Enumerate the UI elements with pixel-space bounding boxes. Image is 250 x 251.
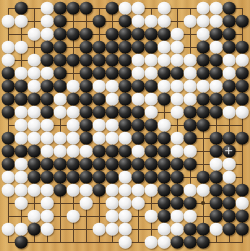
black-stone[interactable] (93, 145, 106, 158)
black-stone[interactable] (119, 158, 132, 171)
black-stone[interactable] (41, 93, 54, 106)
black-stone[interactable] (171, 197, 184, 210)
white-stone[interactable] (132, 2, 145, 15)
white-stone[interactable] (106, 80, 119, 93)
black-stone[interactable] (197, 106, 210, 119)
go-board (0, 0, 250, 251)
black-stone[interactable] (223, 132, 236, 145)
black-stone[interactable] (223, 210, 236, 223)
white-stone[interactable] (158, 15, 171, 28)
white-stone[interactable] (184, 93, 197, 106)
black-stone[interactable] (106, 145, 119, 158)
black-stone[interactable] (41, 158, 54, 171)
white-stone[interactable] (158, 41, 171, 54)
white-stone[interactable] (197, 15, 210, 28)
black-stone[interactable] (184, 197, 197, 210)
black-stone[interactable] (2, 67, 15, 80)
white-stone[interactable] (106, 210, 119, 223)
white-stone[interactable] (145, 54, 158, 67)
white-stone[interactable] (132, 184, 145, 197)
black-stone[interactable] (210, 132, 223, 145)
black-stone[interactable] (223, 2, 236, 15)
white-stone[interactable] (184, 54, 197, 67)
white-stone[interactable] (171, 93, 184, 106)
black-stone[interactable] (197, 93, 210, 106)
black-stone[interactable] (197, 223, 210, 236)
white-stone[interactable] (67, 106, 80, 119)
black-stone[interactable] (67, 2, 80, 15)
white-stone[interactable] (145, 93, 158, 106)
black-stone[interactable] (171, 236, 184, 249)
white-stone[interactable] (15, 223, 28, 236)
black-stone[interactable] (145, 80, 158, 93)
black-stone[interactable] (41, 106, 54, 119)
black-stone[interactable] (158, 132, 171, 145)
white-stone[interactable] (223, 158, 236, 171)
white-stone[interactable] (15, 15, 28, 28)
black-stone[interactable] (158, 145, 171, 158)
black-stone[interactable] (15, 145, 28, 158)
white-stone[interactable] (41, 28, 54, 41)
black-stone[interactable] (145, 132, 158, 145)
white-stone[interactable] (171, 145, 184, 158)
white-stone[interactable] (80, 145, 93, 158)
black-stone[interactable] (93, 158, 106, 171)
black-stone[interactable] (41, 171, 54, 184)
black-stone[interactable] (236, 80, 249, 93)
white-stone[interactable] (236, 54, 249, 67)
black-stone[interactable] (119, 41, 132, 54)
black-stone[interactable] (171, 158, 184, 171)
white-stone[interactable] (106, 93, 119, 106)
white-stone[interactable] (158, 54, 171, 67)
black-stone[interactable] (80, 132, 93, 145)
white-stone[interactable] (145, 210, 158, 223)
white-stone[interactable] (184, 15, 197, 28)
white-stone[interactable] (158, 236, 171, 249)
white-stone[interactable] (41, 145, 54, 158)
white-stone[interactable] (28, 210, 41, 223)
black-stone[interactable] (15, 93, 28, 106)
black-stone[interactable] (119, 80, 132, 93)
black-stone[interactable] (236, 93, 249, 106)
white-stone[interactable] (171, 223, 184, 236)
black-stone[interactable] (15, 236, 28, 249)
white-stone[interactable] (28, 132, 41, 145)
black-stone[interactable] (80, 67, 93, 80)
black-stone[interactable] (223, 184, 236, 197)
black-stone[interactable] (210, 67, 223, 80)
white-stone[interactable] (210, 158, 223, 171)
black-stone[interactable] (210, 106, 223, 119)
white-stone[interactable] (197, 28, 210, 41)
black-stone[interactable] (184, 158, 197, 171)
black-stone[interactable] (158, 158, 171, 171)
white-stone[interactable] (171, 28, 184, 41)
white-stone[interactable] (145, 184, 158, 197)
black-stone[interactable] (2, 132, 15, 145)
black-stone[interactable] (236, 184, 249, 197)
white-stone[interactable] (119, 236, 132, 249)
black-stone[interactable] (67, 28, 80, 41)
black-stone[interactable] (197, 54, 210, 67)
white-stone[interactable] (2, 41, 15, 54)
black-stone[interactable] (223, 15, 236, 28)
black-stone[interactable] (158, 93, 171, 106)
black-stone[interactable] (54, 2, 67, 15)
white-stone[interactable] (2, 15, 15, 28)
white-stone[interactable] (132, 197, 145, 210)
black-stone[interactable] (54, 54, 67, 67)
black-stone[interactable] (132, 132, 145, 145)
black-stone[interactable] (80, 28, 93, 41)
black-stone[interactable] (80, 106, 93, 119)
black-stone[interactable] (93, 171, 106, 184)
white-stone[interactable] (28, 80, 41, 93)
black-stone[interactable] (93, 67, 106, 80)
black-stone[interactable] (197, 67, 210, 80)
black-stone[interactable] (119, 28, 132, 41)
black-stone[interactable] (158, 67, 171, 80)
black-stone[interactable] (119, 119, 132, 132)
black-stone[interactable] (132, 28, 145, 41)
black-stone[interactable] (158, 28, 171, 41)
black-stone[interactable] (132, 106, 145, 119)
white-stone[interactable] (223, 67, 236, 80)
white-stone[interactable] (67, 210, 80, 223)
black-stone[interactable] (41, 80, 54, 93)
white-stone[interactable] (15, 197, 28, 210)
white-stone[interactable] (171, 132, 184, 145)
black-stone[interactable] (158, 197, 171, 210)
white-stone[interactable] (41, 223, 54, 236)
white-stone[interactable] (15, 171, 28, 184)
white-stone[interactable] (80, 184, 93, 197)
black-stone[interactable] (119, 67, 132, 80)
white-stone[interactable] (2, 54, 15, 67)
black-stone[interactable] (67, 54, 80, 67)
black-stone[interactable] (158, 171, 171, 184)
black-stone[interactable] (184, 132, 197, 145)
black-stone[interactable] (54, 158, 67, 171)
black-stone[interactable] (145, 145, 158, 158)
black-stone[interactable] (106, 106, 119, 119)
black-stone[interactable] (132, 80, 145, 93)
white-stone[interactable] (28, 119, 41, 132)
black-stone[interactable] (93, 106, 106, 119)
black-stone[interactable] (93, 54, 106, 67)
white-stone[interactable] (158, 2, 171, 15)
white-stone[interactable] (28, 28, 41, 41)
white-stone[interactable] (67, 145, 80, 158)
black-stone[interactable] (236, 41, 249, 54)
white-stone[interactable] (158, 80, 171, 93)
black-stone[interactable] (2, 93, 15, 106)
white-stone[interactable] (145, 106, 158, 119)
white-stone[interactable] (54, 93, 67, 106)
black-stone[interactable] (171, 67, 184, 80)
white-stone[interactable] (223, 54, 236, 67)
black-stone[interactable] (236, 223, 249, 236)
black-stone[interactable] (119, 106, 132, 119)
black-stone[interactable] (145, 171, 158, 184)
white-stone[interactable] (132, 93, 145, 106)
white-stone[interactable] (15, 106, 28, 119)
black-stone[interactable] (119, 54, 132, 67)
last-move-marker-icon (225, 147, 232, 154)
black-stone[interactable] (28, 223, 41, 236)
black-stone[interactable] (54, 80, 67, 93)
white-stone[interactable] (171, 54, 184, 67)
white-stone[interactable] (106, 223, 119, 236)
black-stone[interactable] (28, 93, 41, 106)
white-stone[interactable] (28, 184, 41, 197)
black-stone[interactable] (54, 41, 67, 54)
black-stone[interactable] (197, 41, 210, 54)
white-stone[interactable] (210, 80, 223, 93)
white-stone[interactable] (171, 106, 184, 119)
white-stone[interactable] (132, 54, 145, 67)
black-stone[interactable] (41, 54, 54, 67)
white-stone[interactable] (119, 132, 132, 145)
black-stone[interactable] (67, 158, 80, 171)
black-stone[interactable] (197, 171, 210, 184)
white-stone[interactable] (2, 184, 15, 197)
white-stone[interactable] (41, 67, 54, 80)
white-stone[interactable] (106, 197, 119, 210)
white-stone[interactable] (54, 132, 67, 145)
black-stone[interactable] (132, 41, 145, 54)
black-stone[interactable] (28, 158, 41, 171)
black-stone[interactable] (41, 41, 54, 54)
black-stone[interactable] (119, 93, 132, 106)
white-stone[interactable] (145, 236, 158, 249)
white-stone[interactable] (106, 184, 119, 197)
black-stone[interactable] (93, 15, 106, 28)
black-stone[interactable] (93, 93, 106, 106)
black-stone[interactable] (210, 54, 223, 67)
black-stone[interactable] (106, 158, 119, 171)
black-stone[interactable] (223, 145, 236, 158)
white-stone[interactable] (223, 171, 236, 184)
white-stone[interactable] (93, 80, 106, 93)
black-stone[interactable] (197, 236, 210, 249)
white-stone[interactable] (132, 67, 145, 80)
black-stone[interactable] (171, 184, 184, 197)
black-stone[interactable] (106, 54, 119, 67)
white-stone[interactable] (41, 197, 54, 210)
black-stone[interactable] (67, 93, 80, 106)
black-stone[interactable] (80, 171, 93, 184)
white-stone[interactable] (210, 2, 223, 15)
black-stone[interactable] (80, 158, 93, 171)
black-stone[interactable] (2, 158, 15, 171)
black-stone[interactable] (93, 184, 106, 197)
white-stone[interactable] (41, 119, 54, 132)
white-stone[interactable] (15, 41, 28, 54)
white-stone[interactable] (41, 2, 54, 15)
black-stone[interactable] (210, 184, 223, 197)
white-stone[interactable] (15, 119, 28, 132)
black-stone[interactable] (171, 171, 184, 184)
black-stone[interactable] (106, 171, 119, 184)
white-stone[interactable] (184, 67, 197, 80)
black-stone[interactable] (80, 93, 93, 106)
black-stone[interactable] (184, 119, 197, 132)
black-stone[interactable] (223, 41, 236, 54)
white-stone[interactable] (41, 132, 54, 145)
black-stone[interactable] (132, 119, 145, 132)
white-stone[interactable] (184, 210, 197, 223)
hoshi-point (201, 201, 205, 205)
black-stone[interactable] (106, 28, 119, 41)
black-stone[interactable] (223, 80, 236, 93)
black-stone[interactable] (106, 67, 119, 80)
white-stone[interactable] (28, 106, 41, 119)
white-stone[interactable] (197, 80, 210, 93)
white-stone[interactable] (210, 15, 223, 28)
white-stone[interactable] (80, 197, 93, 210)
black-stone[interactable] (145, 119, 158, 132)
white-stone[interactable] (223, 106, 236, 119)
black-stone[interactable] (223, 197, 236, 210)
black-stone[interactable] (80, 2, 93, 15)
white-stone[interactable] (2, 223, 15, 236)
black-stone[interactable] (54, 28, 67, 41)
black-stone[interactable] (119, 145, 132, 158)
black-stone[interactable] (210, 171, 223, 184)
black-stone[interactable] (132, 171, 145, 184)
white-stone[interactable] (210, 223, 223, 236)
black-stone[interactable] (210, 93, 223, 106)
white-stone[interactable] (184, 184, 197, 197)
white-stone[interactable] (210, 41, 223, 54)
white-stone[interactable] (132, 15, 145, 28)
white-stone[interactable] (41, 15, 54, 28)
white-stone[interactable] (184, 145, 197, 158)
black-stone[interactable] (106, 41, 119, 54)
white-stone[interactable] (184, 80, 197, 93)
black-stone[interactable] (197, 119, 210, 132)
white-stone[interactable] (67, 119, 80, 132)
black-stone[interactable] (210, 210, 223, 223)
white-stone[interactable] (119, 184, 132, 197)
white-stone[interactable] (158, 223, 171, 236)
black-stone[interactable] (210, 28, 223, 41)
white-stone[interactable] (15, 67, 28, 80)
black-stone[interactable] (184, 223, 197, 236)
black-stone[interactable] (223, 223, 236, 236)
black-stone[interactable] (15, 80, 28, 93)
black-stone[interactable] (28, 171, 41, 184)
black-stone[interactable] (28, 145, 41, 158)
white-stone[interactable] (15, 132, 28, 145)
black-stone[interactable] (158, 184, 171, 197)
white-stone[interactable] (197, 2, 210, 15)
white-stone[interactable] (119, 210, 132, 223)
white-stone[interactable] (41, 210, 54, 223)
white-stone[interactable] (106, 119, 119, 132)
black-stone[interactable] (236, 210, 249, 223)
white-stone[interactable] (171, 80, 184, 93)
black-stone[interactable] (145, 158, 158, 171)
black-stone[interactable] (145, 41, 158, 54)
white-stone[interactable] (15, 184, 28, 197)
black-stone[interactable] (184, 236, 197, 249)
black-stone[interactable] (54, 67, 67, 80)
white-stone[interactable] (197, 184, 210, 197)
black-stone[interactable] (2, 106, 15, 119)
white-stone[interactable] (145, 15, 158, 28)
white-stone[interactable] (15, 158, 28, 171)
black-stone[interactable] (2, 145, 15, 158)
black-stone[interactable] (210, 145, 223, 158)
white-stone[interactable] (236, 197, 249, 210)
black-stone[interactable] (223, 93, 236, 106)
white-stone[interactable] (67, 184, 80, 197)
white-stone[interactable] (145, 67, 158, 80)
white-stone[interactable] (132, 145, 145, 158)
black-stone[interactable] (80, 80, 93, 93)
white-stone[interactable] (119, 171, 132, 184)
white-stone[interactable] (171, 41, 184, 54)
black-stone[interactable] (54, 184, 67, 197)
white-stone[interactable] (54, 106, 67, 119)
white-stone[interactable] (106, 132, 119, 145)
white-stone[interactable] (119, 223, 132, 236)
black-stone[interactable] (158, 210, 171, 223)
white-stone[interactable] (93, 132, 106, 145)
white-stone[interactable] (93, 223, 106, 236)
black-stone[interactable] (184, 106, 197, 119)
black-stone[interactable] (106, 2, 119, 15)
black-stone[interactable] (2, 80, 15, 93)
white-stone[interactable] (236, 106, 249, 119)
black-stone[interactable] (119, 15, 132, 28)
black-stone[interactable] (67, 171, 80, 184)
white-stone[interactable] (158, 119, 171, 132)
black-stone[interactable] (80, 41, 93, 54)
white-stone[interactable] (28, 54, 41, 67)
white-stone[interactable] (67, 132, 80, 145)
black-stone[interactable] (80, 119, 93, 132)
white-stone[interactable] (171, 210, 184, 223)
white-stone[interactable] (54, 145, 67, 158)
white-stone[interactable] (67, 80, 80, 93)
black-stone[interactable] (54, 15, 67, 28)
black-stone[interactable] (236, 15, 249, 28)
black-stone[interactable] (236, 132, 249, 145)
black-stone[interactable] (223, 28, 236, 41)
black-stone[interactable] (80, 54, 93, 67)
white-stone[interactable] (28, 67, 41, 80)
white-stone[interactable] (41, 184, 54, 197)
white-stone[interactable] (119, 197, 132, 210)
white-stone[interactable] (119, 2, 132, 15)
black-stone[interactable] (93, 41, 106, 54)
black-stone[interactable] (15, 2, 28, 15)
black-stone[interactable] (132, 158, 145, 171)
black-stone[interactable] (145, 28, 158, 41)
white-stone[interactable] (93, 119, 106, 132)
black-stone[interactable] (210, 197, 223, 210)
white-stone[interactable] (2, 171, 15, 184)
black-stone[interactable] (54, 171, 67, 184)
black-stone[interactable] (236, 67, 249, 80)
